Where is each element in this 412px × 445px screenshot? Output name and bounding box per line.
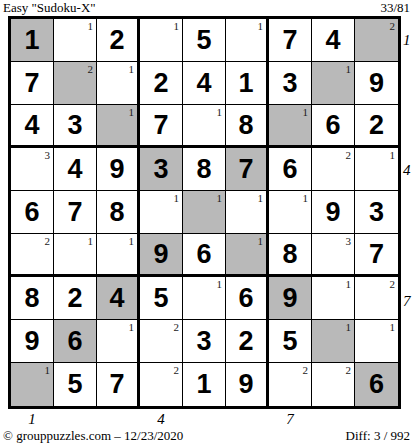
cell-r4c5[interactable]: 8 [183,148,226,191]
pencil-mark: 1 [129,63,135,75]
cell-r6c1[interactable]: 2 [11,234,54,277]
cell-r5c5[interactable]: 1 [183,191,226,234]
cell-r6c3[interactable]: 1 [97,234,140,277]
difficulty-text: Diff: 3 / 992 [346,428,410,443]
cell-r2c8[interactable]: 1 [312,62,355,105]
cell-r9c7[interactable]: 2 [269,363,312,406]
puzzle-page: Easy "Sudoku-X" 33/81 112151742721241319… [0,0,412,445]
row-label-4: 4 [403,161,412,179]
pencil-mark: 2 [174,321,180,333]
cell-r2c3[interactable]: 1 [97,62,140,105]
pencil-mark: 1 [258,235,264,247]
cell-r8c3[interactable]: 1 [97,320,140,363]
given-digit: 9 [109,156,124,183]
cell-r8c9[interactable]: 1 [355,320,398,363]
pencil-mark: 1 [346,63,352,75]
pencil-mark: 1 [390,149,396,161]
given-digit: 9 [325,199,340,226]
cell-r6c8[interactable]: 3 [312,234,355,277]
given-digit: 3 [153,156,168,183]
cell-r3c7[interactable]: 1 [269,105,312,148]
given-digit: 6 [196,241,211,268]
given-digit: 6 [24,199,39,226]
given-digit: 2 [369,112,384,139]
cell-r6c5[interactable]: 6 [183,234,226,277]
cell-r5c3[interactable]: 8 [97,191,140,234]
cell-r5c9[interactable]: 3 [355,191,398,234]
cell-r1c8[interactable]: 4 [312,19,355,62]
cell-r5c8[interactable]: 9 [312,191,355,234]
cell-r8c1[interactable]: 9 [11,320,54,363]
cell-r7c3[interactable]: 4 [97,277,140,320]
cell-r8c8[interactable]: 1 [312,320,355,363]
cell-r6c4[interactable]: 9 [140,234,183,277]
given-digit: 1 [24,27,39,54]
pencil-mark: 1 [258,192,264,204]
given-digit: 8 [282,241,297,268]
pencil-mark: 1 [258,20,264,32]
given-digit: 7 [67,199,82,226]
cell-r5c4[interactable]: 1 [140,191,183,234]
cell-r2c6[interactable]: 1 [226,62,269,105]
given-digit: 2 [153,70,168,97]
pencil-mark: 2 [45,235,51,247]
puzzle-counter: 33/81 [380,0,410,15]
given-digit: 3 [369,199,384,226]
given-digit: 4 [24,112,39,139]
cell-r4c8[interactable]: 2 [312,148,355,191]
cell-r9c2[interactable]: 5 [54,363,97,406]
given-digit: 6 [325,112,340,139]
cell-r2c4[interactable]: 2 [140,62,183,105]
given-digit: 6 [67,328,82,355]
given-digit: 7 [369,241,384,268]
pencil-mark: 3 [45,149,51,161]
col-label-1: 1 [21,410,43,428]
cell-r7c7[interactable]: 9 [269,277,312,320]
pencil-mark: 1 [303,192,309,204]
cell-r3c1[interactable]: 4 [11,105,54,148]
pencil-mark: 1 [174,192,180,204]
cell-r9c4[interactable]: 2 [140,363,183,406]
given-digit: 7 [282,27,297,54]
pencil-mark: 1 [88,20,94,32]
pencil-mark: 1 [346,278,352,290]
cell-r1c3[interactable]: 2 [97,19,140,62]
cell-r6c2[interactable]: 1 [54,234,97,277]
given-digit: 8 [24,285,39,312]
cell-r9c6[interactable]: 9 [226,363,269,406]
cell-r1c6[interactable]: 1 [226,19,269,62]
cell-r2c7[interactable]: 3 [269,62,312,105]
pencil-mark: 2 [390,278,396,290]
given-digit: 1 [196,371,211,398]
cell-r8c2[interactable]: 6 [54,320,97,363]
pencil-mark: 2 [346,364,352,376]
cell-r1c2[interactable]: 1 [54,19,97,62]
pencil-mark: 2 [346,149,352,161]
cell-r8c5[interactable]: 3 [183,320,226,363]
cell-r4c4[interactable]: 3 [140,148,183,191]
cell-r4c7[interactable]: 6 [269,148,312,191]
cell-r2c1[interactable]: 7 [11,62,54,105]
given-digit: 2 [67,285,82,312]
pencil-mark: 1 [174,20,180,32]
cell-r9c3[interactable]: 7 [97,363,140,406]
row-label-1: 1 [403,31,412,49]
pencil-mark: 1 [217,278,223,290]
cell-r1c5[interactable]: 5 [183,19,226,62]
cell-r7c1[interactable]: 8 [11,277,54,320]
cell-r9c8[interactable]: 2 [312,363,355,406]
cell-r1c7[interactable]: 7 [269,19,312,62]
given-digit: 3 [196,328,211,355]
cell-r1c9[interactable]: 2 [355,19,398,62]
pencil-mark: 2 [88,63,94,75]
cell-r9c9[interactable]: 6 [355,363,398,406]
given-digit: 5 [153,285,168,312]
cell-r3c6[interactable]: 8 [226,105,269,148]
given-digit: 5 [196,27,211,54]
cell-r3c3[interactable]: 1 [97,105,140,148]
cell-r6c7[interactable]: 8 [269,234,312,277]
given-digit: 1 [238,70,253,97]
pencil-mark: 1 [45,364,51,376]
header: Easy "Sudoku-X" 33/81 [3,0,410,15]
cell-r4c1[interactable]: 3 [11,148,54,191]
cell-r6c6[interactable]: 1 [226,234,269,277]
cell-r4c2[interactable]: 4 [54,148,97,191]
cell-r8c6[interactable]: 2 [226,320,269,363]
given-digit: 4 [109,285,124,312]
pencil-mark: 1 [346,321,352,333]
pencil-mark: 3 [346,235,352,247]
cell-r9c5[interactable]: 1 [183,363,226,406]
given-digit: 6 [238,285,253,312]
copyright-text: © grouppuzzles.com – 12/23/2020 [3,428,183,443]
pencil-mark: 2 [390,20,396,32]
pencil-mark: 2 [174,364,180,376]
pencil-mark: 2 [303,364,309,376]
cell-r1c1[interactable]: 1 [11,19,54,62]
cell-r4c9[interactable]: 1 [355,148,398,191]
given-digit: 9 [282,285,297,312]
given-digit: 3 [67,112,82,139]
given-digit: 4 [67,156,82,183]
cell-r5c2[interactable]: 7 [54,191,97,234]
cell-r1c4[interactable]: 1 [140,19,183,62]
given-digit: 7 [24,70,39,97]
given-digit: 2 [109,27,124,54]
cell-r8c7[interactable]: 5 [269,320,312,363]
cell-r2c5[interactable]: 4 [183,62,226,105]
cell-r2c9[interactable]: 9 [355,62,398,105]
cell-r7c9[interactable]: 2 [355,277,398,320]
given-digit: 8 [238,112,253,139]
given-digit: 9 [369,70,384,97]
given-digit: 4 [325,27,340,54]
puzzle-title: Easy "Sudoku-X" [3,0,96,15]
cell-r6c9[interactable]: 7 [355,234,398,277]
given-digit: 7 [109,371,124,398]
cell-r3c8[interactable]: 6 [312,105,355,148]
given-digit: 8 [196,156,211,183]
cell-r4c3[interactable]: 9 [97,148,140,191]
given-digit: 7 [238,156,253,183]
given-digit: 6 [282,156,297,183]
sudoku-grid: 1121517427212413194317181623493876216781… [8,16,401,409]
given-digit: 3 [282,70,297,97]
cell-r9c1[interactable]: 1 [11,363,54,406]
pencil-mark: 1 [129,321,135,333]
footer: © grouppuzzles.com – 12/23/2020 Diff: 3 … [3,428,410,443]
cell-r3c5[interactable]: 1 [183,105,226,148]
cell-r5c1[interactable]: 6 [11,191,54,234]
row-label-7: 7 [403,292,412,310]
cell-r8c4[interactable]: 2 [140,320,183,363]
cell-r3c2[interactable]: 3 [54,105,97,148]
col-label-4: 4 [150,410,172,428]
col-label-7: 7 [279,410,301,428]
cell-r7c5[interactable]: 1 [183,277,226,320]
given-digit: 8 [109,199,124,226]
cell-r3c4[interactable]: 7 [140,105,183,148]
cell-r7c4[interactable]: 5 [140,277,183,320]
pencil-mark: 1 [217,192,223,204]
cell-r3c9[interactable]: 2 [355,105,398,148]
given-digit: 5 [67,371,82,398]
given-digit: 5 [282,328,297,355]
pencil-mark: 1 [390,321,396,333]
pencil-mark: 1 [129,106,135,118]
pencil-mark: 1 [303,106,309,118]
given-digit: 9 [238,371,253,398]
given-digit: 9 [153,241,168,268]
pencil-mark: 1 [217,106,223,118]
pencil-mark: 1 [88,235,94,247]
cell-r7c6[interactable]: 6 [226,277,269,320]
cell-r5c6[interactable]: 1 [226,191,269,234]
given-digit: 4 [196,70,211,97]
cell-r2c2[interactable]: 2 [54,62,97,105]
cell-r5c7[interactable]: 1 [269,191,312,234]
cell-r7c2[interactable]: 2 [54,277,97,320]
cell-r7c8[interactable]: 1 [312,277,355,320]
cell-r4c6[interactable]: 7 [226,148,269,191]
given-digit: 7 [153,112,168,139]
pencil-mark: 1 [129,235,135,247]
given-digit: 2 [238,328,253,355]
given-digit: 9 [24,328,39,355]
given-digit: 6 [369,371,384,398]
